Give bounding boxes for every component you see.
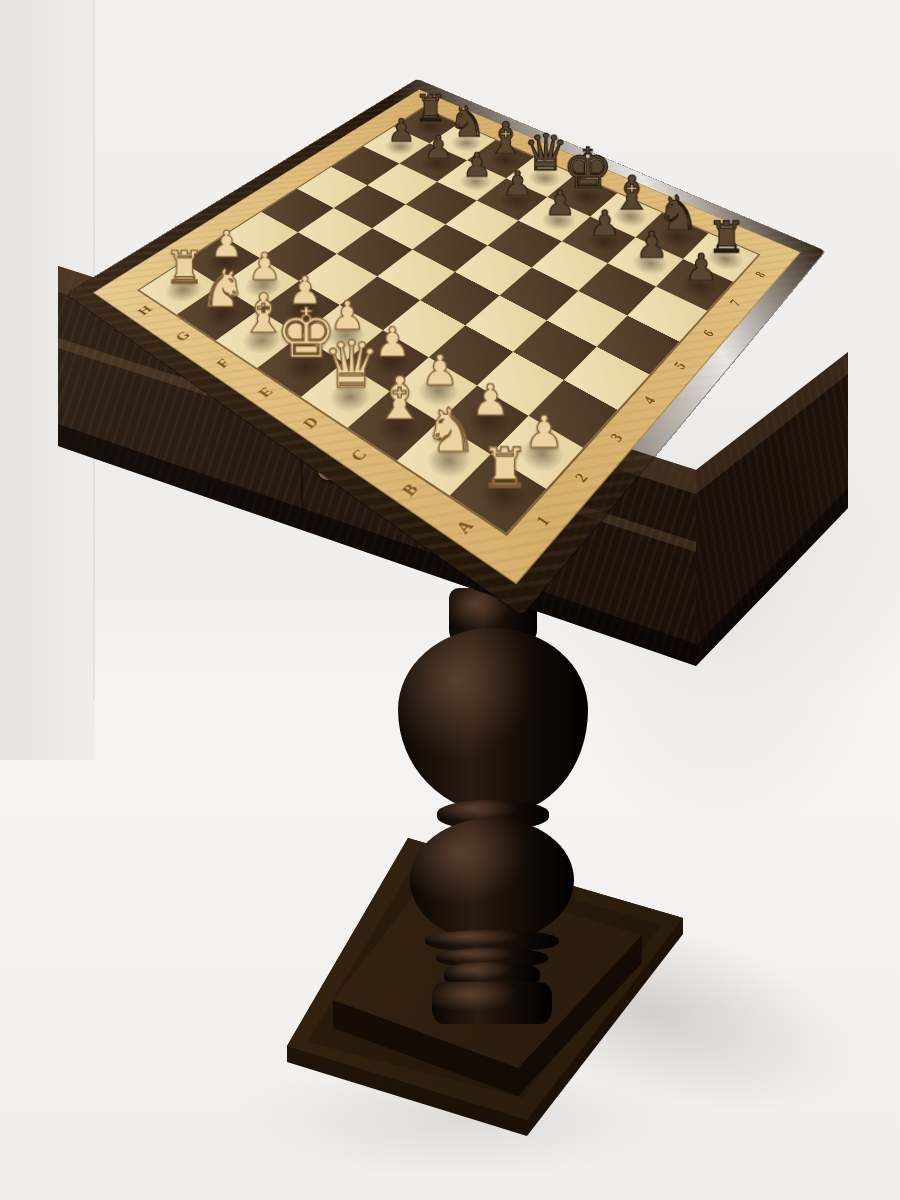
chessboard: ♜♟♟♜♞♟♟♞♝♟♟♝♚♟♟♛♛♟♟♚♝♟♟♝♞♟♟♞♜♟♟♜ HGFEDCB… xyxy=(185,2,725,542)
chessboard-plane: ♜♟♟♜♞♟♟♞♝♟♟♝♚♟♟♛♛♟♟♚♝♟♟♝♞♟♟♞♜♟♟♜ HGFEDCB… xyxy=(66,79,825,615)
white-rook-a1: ♜ xyxy=(448,441,561,496)
black-pawn-a7: ♟ xyxy=(655,249,747,287)
column-foot xyxy=(432,982,552,1024)
column-upper-bulb xyxy=(398,628,588,814)
column-lower-bulb xyxy=(410,818,574,942)
chessboard-grid: ♜♟♟♜♞♟♟♞♝♟♟♝♚♟♟♛♛♟♟♚♝♟♟♝♞♟♟♞♜♟♟♜ xyxy=(140,108,758,533)
